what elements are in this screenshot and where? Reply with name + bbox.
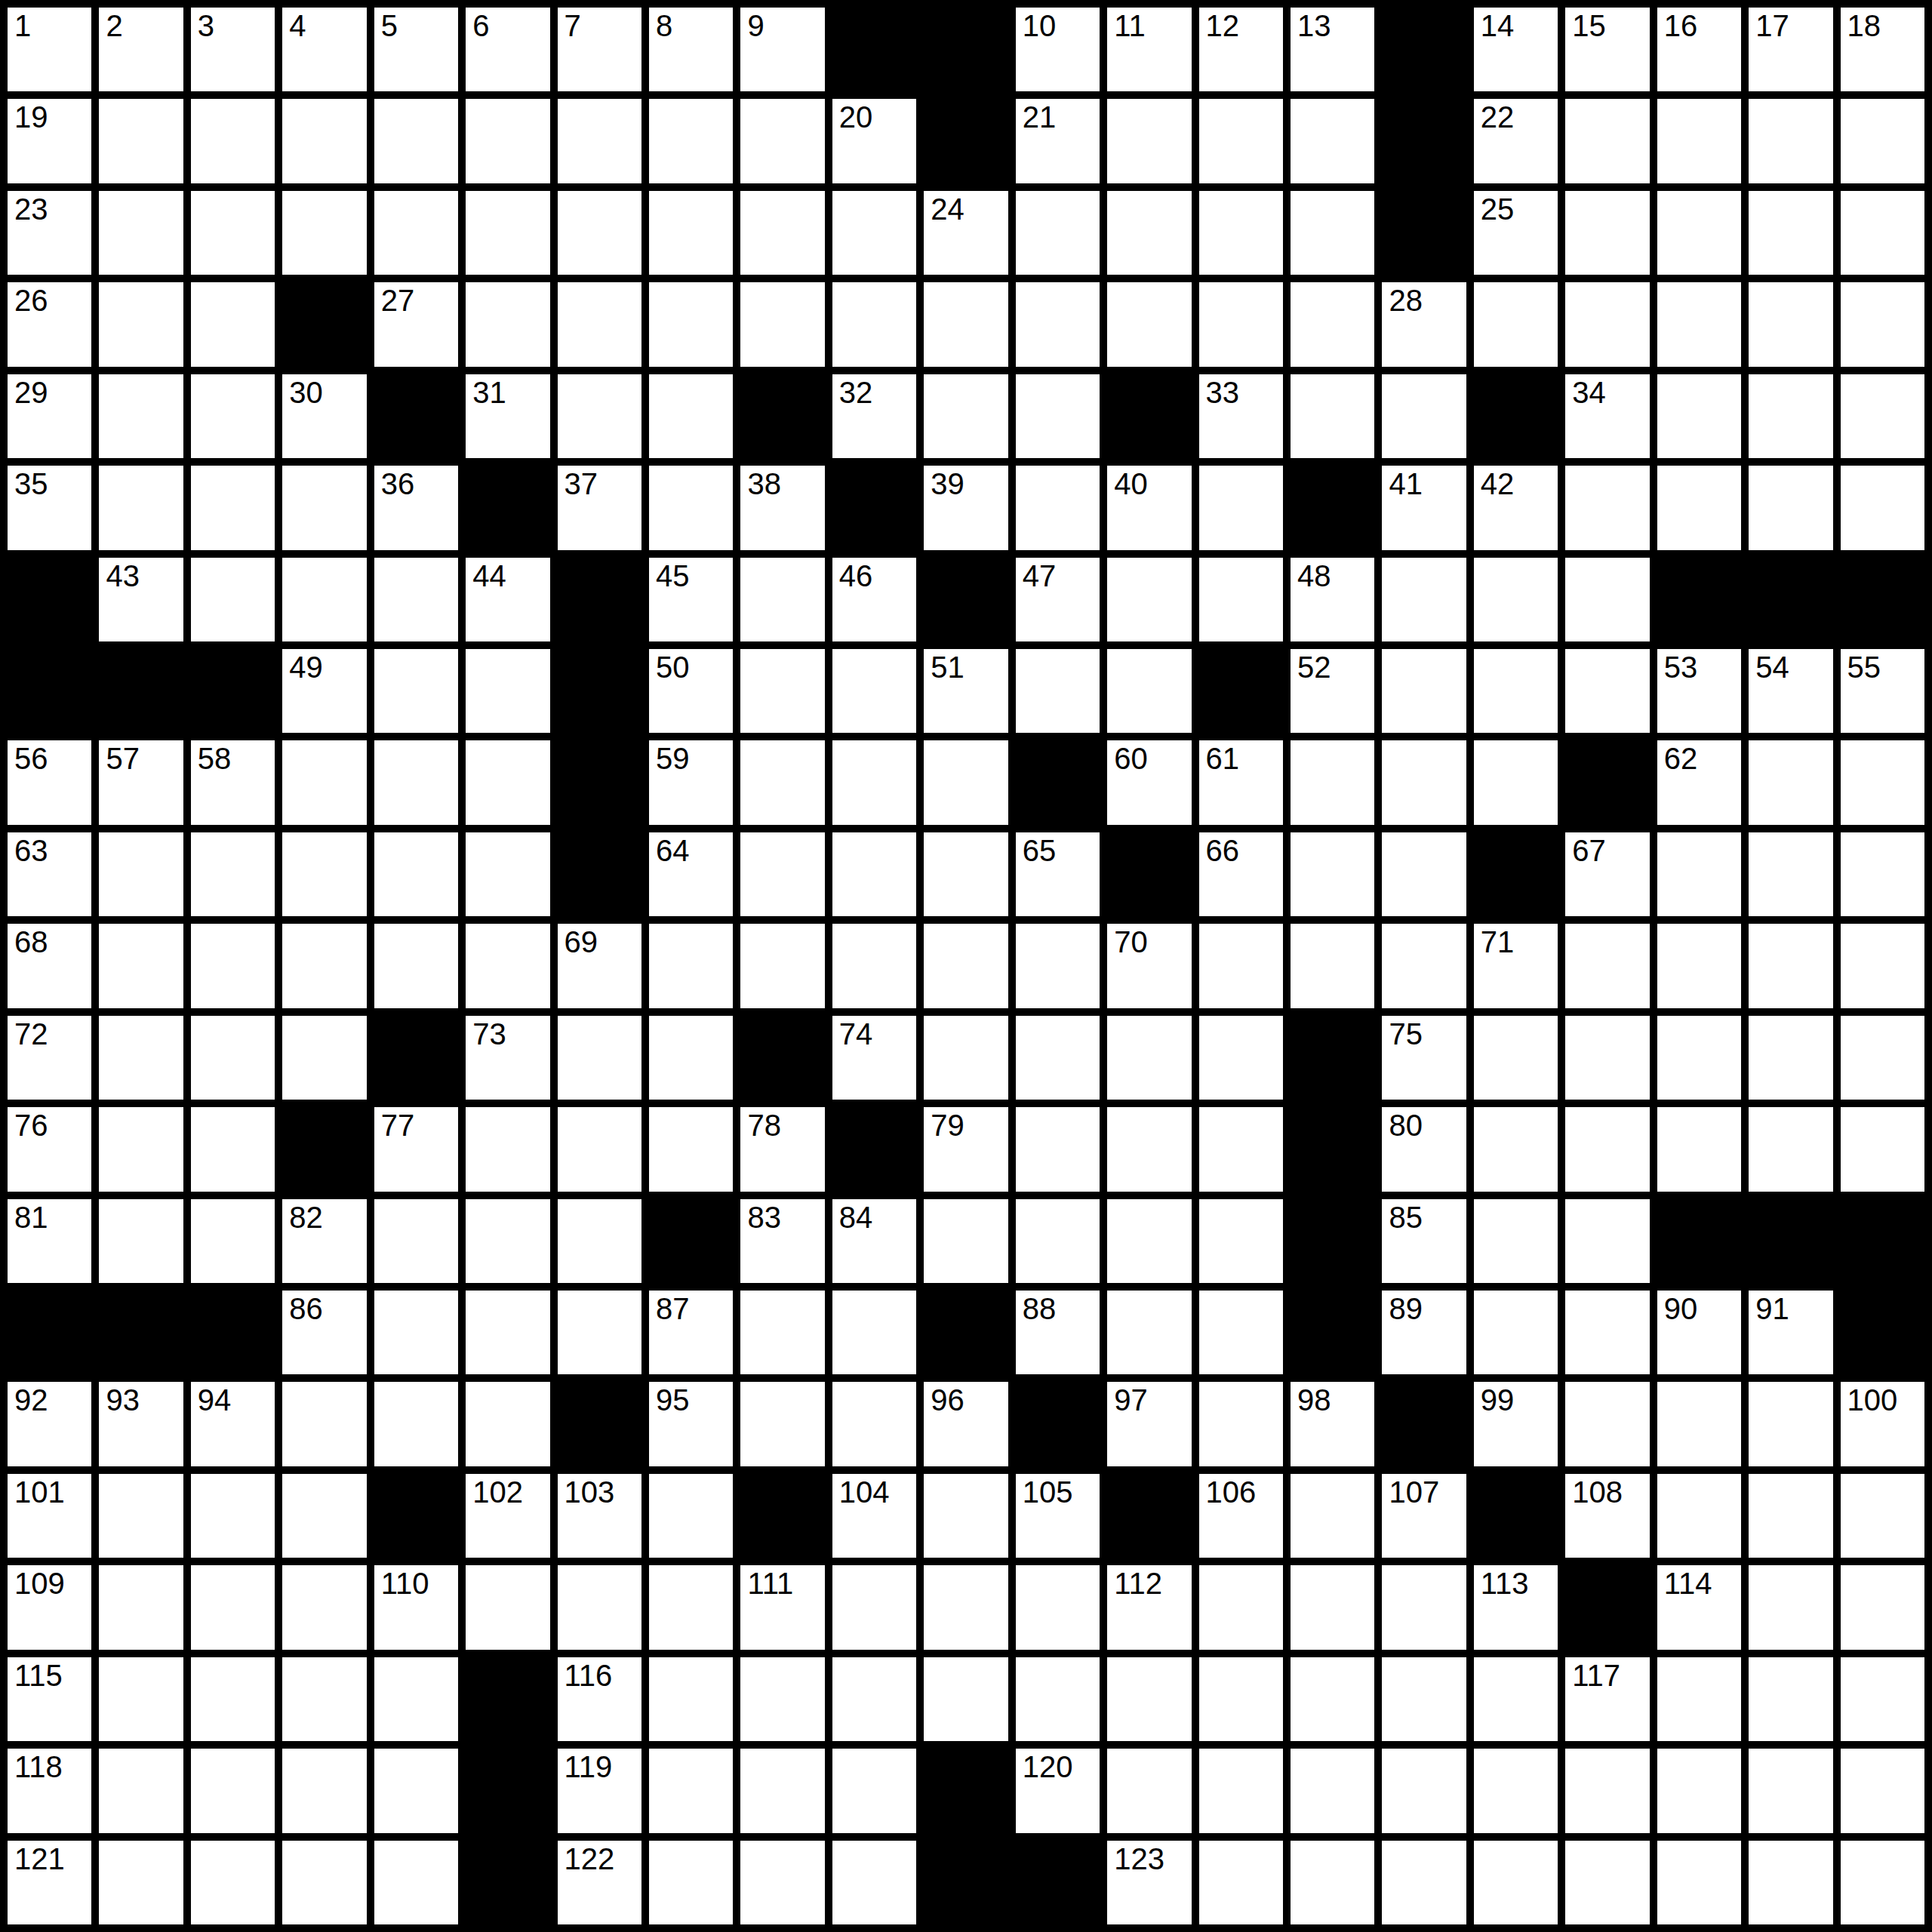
cell-r5c20[interactable] <box>1841 466 1924 549</box>
cell-r17c6[interactable] <box>558 1565 641 1649</box>
cell-r6c1[interactable]: 43 <box>99 558 183 641</box>
cell-r14c19[interactable]: 91 <box>1749 1291 1832 1374</box>
cell-r18c20[interactable] <box>1841 1657 1924 1741</box>
cell-r17c11[interactable] <box>1016 1565 1100 1649</box>
cell-r9c5[interactable] <box>466 832 549 916</box>
cell-r2c0[interactable]: 23 <box>8 191 91 275</box>
cell-r13c5[interactable] <box>466 1199 549 1283</box>
cell-r4c0[interactable]: 29 <box>8 374 91 458</box>
cell-r13c15[interactable]: 85 <box>1382 1199 1466 1283</box>
cell-r0c0[interactable]: 1 <box>8 8 91 91</box>
cell-r1c11[interactable]: 21 <box>1016 99 1100 183</box>
cell-r16c2[interactable] <box>191 1474 275 1558</box>
cell-r2c20[interactable] <box>1841 191 1924 275</box>
cell-r16c0[interactable]: 101 <box>8 1474 91 1558</box>
cell-r3c6[interactable] <box>558 282 641 366</box>
cell-r5c1[interactable] <box>99 466 183 549</box>
cell-r8c0[interactable]: 56 <box>8 740 91 824</box>
cell-r2c9[interactable] <box>832 191 916 275</box>
cell-r11c15[interactable]: 75 <box>1382 1016 1466 1100</box>
cell-r4c19[interactable] <box>1749 374 1832 458</box>
cell-r17c7[interactable] <box>649 1565 733 1649</box>
cell-r6c13[interactable] <box>1199 558 1283 641</box>
cell-r7c16[interactable] <box>1474 649 1558 733</box>
cell-r18c10[interactable] <box>924 1657 1008 1741</box>
cell-r13c8[interactable]: 83 <box>740 1199 824 1283</box>
cell-r0c3[interactable]: 4 <box>282 8 366 91</box>
cell-r6c7[interactable]: 45 <box>649 558 733 641</box>
cell-r5c13[interactable] <box>1199 466 1283 549</box>
cell-r5c15[interactable]: 41 <box>1382 466 1466 549</box>
cell-r19c6[interactable]: 119 <box>558 1749 641 1832</box>
cell-r4c15[interactable] <box>1382 374 1466 458</box>
cell-r15c3[interactable] <box>282 1382 366 1466</box>
cell-r18c1[interactable] <box>99 1657 183 1741</box>
cell-r7c20[interactable]: 55 <box>1841 649 1924 733</box>
cell-r14c5[interactable] <box>466 1291 549 1374</box>
cell-r10c9[interactable] <box>832 924 916 1008</box>
cell-r7c3[interactable]: 49 <box>282 649 366 733</box>
cell-r16c17[interactable]: 108 <box>1565 1474 1649 1558</box>
cell-r19c9[interactable] <box>832 1749 916 1832</box>
cell-r17c4[interactable]: 110 <box>374 1565 458 1649</box>
cell-r14c8[interactable] <box>740 1291 824 1374</box>
cell-r1c8[interactable] <box>740 99 824 183</box>
cell-r17c1[interactable] <box>99 1565 183 1649</box>
cell-r19c12[interactable] <box>1107 1749 1191 1832</box>
cell-r12c16[interactable] <box>1474 1107 1558 1191</box>
cell-r4c13[interactable]: 33 <box>1199 374 1283 458</box>
cell-r17c9[interactable] <box>832 1565 916 1649</box>
cell-r10c6[interactable]: 69 <box>558 924 641 1008</box>
cell-r16c1[interactable] <box>99 1474 183 1558</box>
cell-r8c15[interactable] <box>1382 740 1466 824</box>
cell-r19c8[interactable] <box>740 1749 824 1832</box>
cell-r17c15[interactable] <box>1382 1565 1466 1649</box>
cell-r15c0[interactable]: 92 <box>8 1382 91 1466</box>
cell-r1c19[interactable] <box>1749 99 1832 183</box>
cell-r9c11[interactable]: 65 <box>1016 832 1100 916</box>
cell-r8c4[interactable] <box>374 740 458 824</box>
cell-r1c6[interactable] <box>558 99 641 183</box>
cell-r12c10[interactable]: 79 <box>924 1107 1008 1191</box>
cell-r14c15[interactable]: 89 <box>1382 1291 1466 1374</box>
cell-r10c5[interactable] <box>466 924 549 1008</box>
cell-r4c10[interactable] <box>924 374 1008 458</box>
cell-r6c16[interactable] <box>1474 558 1558 641</box>
cell-r3c7[interactable] <box>649 282 733 366</box>
cell-r3c0[interactable]: 26 <box>8 282 91 366</box>
cell-r20c6[interactable]: 122 <box>558 1841 641 1924</box>
cell-r13c2[interactable] <box>191 1199 275 1283</box>
cell-r0c8[interactable]: 9 <box>740 8 824 91</box>
cell-r20c17[interactable] <box>1565 1841 1649 1924</box>
cell-r11c10[interactable] <box>924 1016 1008 1100</box>
cell-r15c12[interactable]: 97 <box>1107 1382 1191 1466</box>
cell-r16c6[interactable]: 103 <box>558 1474 641 1558</box>
cell-r2c16[interactable]: 25 <box>1474 191 1558 275</box>
cell-r15c10[interactable]: 96 <box>924 1382 1008 1466</box>
cell-r17c14[interactable] <box>1291 1565 1374 1649</box>
cell-r8c3[interactable] <box>282 740 366 824</box>
cell-r14c16[interactable] <box>1474 1291 1558 1374</box>
cell-r12c2[interactable] <box>191 1107 275 1191</box>
cell-r16c5[interactable]: 102 <box>466 1474 549 1558</box>
cell-r15c1[interactable]: 93 <box>99 1382 183 1466</box>
cell-r11c12[interactable] <box>1107 1016 1191 1100</box>
cell-r11c17[interactable] <box>1565 1016 1649 1100</box>
cell-r10c7[interactable] <box>649 924 733 1008</box>
cell-r2c4[interactable] <box>374 191 458 275</box>
cell-r14c17[interactable] <box>1565 1291 1649 1374</box>
cell-r12c1[interactable] <box>99 1107 183 1191</box>
cell-r17c3[interactable] <box>282 1565 366 1649</box>
cell-r3c8[interactable] <box>740 282 824 366</box>
cell-r3c17[interactable] <box>1565 282 1649 366</box>
cell-r16c7[interactable] <box>649 1474 733 1558</box>
cell-r18c19[interactable] <box>1749 1657 1832 1741</box>
cell-r5c12[interactable]: 40 <box>1107 466 1191 549</box>
cell-r13c17[interactable] <box>1565 1199 1649 1283</box>
cell-r3c12[interactable] <box>1107 282 1191 366</box>
cell-r5c0[interactable]: 35 <box>8 466 91 549</box>
cell-r17c5[interactable] <box>466 1565 549 1649</box>
cell-r9c3[interactable] <box>282 832 366 916</box>
cell-r1c4[interactable] <box>374 99 458 183</box>
cell-r8c1[interactable]: 57 <box>99 740 183 824</box>
cell-r5c6[interactable]: 37 <box>558 466 641 549</box>
cell-r10c16[interactable]: 71 <box>1474 924 1558 1008</box>
cell-r12c4[interactable]: 77 <box>374 1107 458 1191</box>
cell-r3c20[interactable] <box>1841 282 1924 366</box>
cell-r5c10[interactable]: 39 <box>924 466 1008 549</box>
cell-r18c12[interactable] <box>1107 1657 1191 1741</box>
cell-r1c1[interactable] <box>99 99 183 183</box>
cell-r9c18[interactable] <box>1657 832 1741 916</box>
cell-r2c18[interactable] <box>1657 191 1741 275</box>
cell-r8c16[interactable] <box>1474 740 1558 824</box>
cell-r6c14[interactable]: 48 <box>1291 558 1374 641</box>
cell-r2c14[interactable] <box>1291 191 1374 275</box>
cell-r15c19[interactable] <box>1749 1382 1832 1466</box>
cell-r17c16[interactable]: 113 <box>1474 1565 1558 1649</box>
cell-r1c3[interactable] <box>282 99 366 183</box>
cell-r7c4[interactable] <box>374 649 458 733</box>
cell-r3c10[interactable] <box>924 282 1008 366</box>
cell-r12c15[interactable]: 80 <box>1382 1107 1466 1191</box>
cell-r4c14[interactable] <box>1291 374 1374 458</box>
cell-r20c8[interactable] <box>740 1841 824 1924</box>
cell-r8c5[interactable] <box>466 740 549 824</box>
cell-r2c1[interactable] <box>99 191 183 275</box>
cell-r19c3[interactable] <box>282 1749 366 1832</box>
cell-r1c20[interactable] <box>1841 99 1924 183</box>
cell-r3c2[interactable] <box>191 282 275 366</box>
cell-r0c1[interactable]: 2 <box>99 8 183 91</box>
cell-r17c2[interactable] <box>191 1565 275 1649</box>
cell-r3c19[interactable] <box>1749 282 1832 366</box>
cell-r18c3[interactable] <box>282 1657 366 1741</box>
cell-r2c10[interactable]: 24 <box>924 191 1008 275</box>
cell-r11c5[interactable]: 73 <box>466 1016 549 1100</box>
cell-r3c18[interactable] <box>1657 282 1741 366</box>
cell-r20c19[interactable] <box>1749 1841 1832 1924</box>
cell-r13c16[interactable] <box>1474 1199 1558 1283</box>
cell-r1c7[interactable] <box>649 99 733 183</box>
cell-r13c13[interactable] <box>1199 1199 1283 1283</box>
cell-r20c9[interactable] <box>832 1841 916 1924</box>
cell-r2c17[interactable] <box>1565 191 1649 275</box>
cell-r14c11[interactable]: 88 <box>1016 1291 1100 1374</box>
cell-r12c13[interactable] <box>1199 1107 1283 1191</box>
cell-r13c4[interactable] <box>374 1199 458 1283</box>
cell-r13c6[interactable] <box>558 1199 641 1283</box>
cell-r20c14[interactable] <box>1291 1841 1374 1924</box>
cell-r7c14[interactable]: 52 <box>1291 649 1374 733</box>
cell-r8c20[interactable] <box>1841 740 1924 824</box>
cell-r15c4[interactable] <box>374 1382 458 1466</box>
cell-r16c3[interactable] <box>282 1474 366 1558</box>
cell-r11c6[interactable] <box>558 1016 641 1100</box>
cell-r19c0[interactable]: 118 <box>8 1749 91 1832</box>
cell-r3c1[interactable] <box>99 282 183 366</box>
cell-r15c14[interactable]: 98 <box>1291 1382 1374 1466</box>
cell-r10c17[interactable] <box>1565 924 1649 1008</box>
cell-r0c5[interactable]: 6 <box>466 8 549 91</box>
cell-r19c15[interactable] <box>1382 1749 1466 1832</box>
cell-r18c4[interactable] <box>374 1657 458 1741</box>
cell-r16c13[interactable]: 106 <box>1199 1474 1283 1558</box>
cell-r17c13[interactable] <box>1199 1565 1283 1649</box>
cell-r2c5[interactable] <box>466 191 549 275</box>
cell-r20c15[interactable] <box>1382 1841 1466 1924</box>
cell-r5c17[interactable] <box>1565 466 1649 549</box>
cell-r17c19[interactable] <box>1749 1565 1832 1649</box>
cell-r12c7[interactable] <box>649 1107 733 1191</box>
cell-r13c9[interactable]: 84 <box>832 1199 916 1283</box>
cell-r0c17[interactable]: 15 <box>1565 8 1649 91</box>
cell-r15c9[interactable] <box>832 1382 916 1466</box>
cell-r7c15[interactable] <box>1382 649 1466 733</box>
cell-r5c8[interactable]: 38 <box>740 466 824 549</box>
cell-r9c7[interactable]: 64 <box>649 832 733 916</box>
cell-r0c19[interactable]: 17 <box>1749 8 1832 91</box>
cell-r11c11[interactable] <box>1016 1016 1100 1100</box>
cell-r14c9[interactable] <box>832 1291 916 1374</box>
cell-r20c20[interactable] <box>1841 1841 1924 1924</box>
cell-r10c2[interactable] <box>191 924 275 1008</box>
cell-r10c19[interactable] <box>1749 924 1832 1008</box>
cell-r12c11[interactable] <box>1016 1107 1100 1191</box>
cell-r10c12[interactable]: 70 <box>1107 924 1191 1008</box>
cell-r16c11[interactable]: 105 <box>1016 1474 1100 1558</box>
cell-r0c4[interactable]: 5 <box>374 8 458 91</box>
cell-r1c12[interactable] <box>1107 99 1191 183</box>
cell-r19c17[interactable] <box>1565 1749 1649 1832</box>
cell-r10c14[interactable] <box>1291 924 1374 1008</box>
cell-r20c7[interactable] <box>649 1841 733 1924</box>
cell-r1c17[interactable] <box>1565 99 1649 183</box>
cell-r7c7[interactable]: 50 <box>649 649 733 733</box>
cell-r6c4[interactable] <box>374 558 458 641</box>
cell-r15c2[interactable]: 94 <box>191 1382 275 1466</box>
cell-r20c3[interactable] <box>282 1841 366 1924</box>
cell-r15c13[interactable] <box>1199 1382 1283 1466</box>
cell-r14c13[interactable] <box>1199 1291 1283 1374</box>
cell-r4c11[interactable] <box>1016 374 1100 458</box>
cell-r14c6[interactable] <box>558 1291 641 1374</box>
cell-r5c18[interactable] <box>1657 466 1741 549</box>
cell-r11c1[interactable] <box>99 1016 183 1100</box>
cell-r2c2[interactable] <box>191 191 275 275</box>
cell-r20c16[interactable] <box>1474 1841 1558 1924</box>
cell-r10c11[interactable] <box>1016 924 1100 1008</box>
cell-r7c10[interactable]: 51 <box>924 649 1008 733</box>
cell-r14c12[interactable] <box>1107 1291 1191 1374</box>
cell-r8c2[interactable]: 58 <box>191 740 275 824</box>
cell-r20c12[interactable]: 123 <box>1107 1841 1191 1924</box>
cell-r10c20[interactable] <box>1841 924 1924 1008</box>
cell-r14c7[interactable]: 87 <box>649 1291 733 1374</box>
cell-r13c11[interactable] <box>1016 1199 1100 1283</box>
cell-r18c7[interactable] <box>649 1657 733 1741</box>
cell-r10c10[interactable] <box>924 924 1008 1008</box>
cell-r19c4[interactable] <box>374 1749 458 1832</box>
cell-r0c6[interactable]: 7 <box>558 8 641 91</box>
cell-r9c1[interactable] <box>99 832 183 916</box>
cell-r10c1[interactable] <box>99 924 183 1008</box>
cell-r2c7[interactable] <box>649 191 733 275</box>
cell-r10c3[interactable] <box>282 924 366 1008</box>
cell-r1c9[interactable]: 20 <box>832 99 916 183</box>
cell-r7c12[interactable] <box>1107 649 1191 733</box>
cell-r9c0[interactable]: 63 <box>8 832 91 916</box>
cell-r10c13[interactable] <box>1199 924 1283 1008</box>
cell-r0c16[interactable]: 14 <box>1474 8 1558 91</box>
cell-r6c2[interactable] <box>191 558 275 641</box>
cell-r19c1[interactable] <box>99 1749 183 1832</box>
cell-r7c18[interactable]: 53 <box>1657 649 1741 733</box>
cell-r5c19[interactable] <box>1749 466 1832 549</box>
cell-r11c18[interactable] <box>1657 1016 1741 1100</box>
cell-r18c15[interactable] <box>1382 1657 1466 1741</box>
cell-r0c18[interactable]: 16 <box>1657 8 1741 91</box>
cell-r3c13[interactable] <box>1199 282 1283 366</box>
cell-r6c11[interactable]: 47 <box>1016 558 1100 641</box>
cell-r6c17[interactable] <box>1565 558 1649 641</box>
cell-r12c6[interactable] <box>558 1107 641 1191</box>
cell-r11c7[interactable] <box>649 1016 733 1100</box>
cell-r4c7[interactable] <box>649 374 733 458</box>
cell-r16c14[interactable] <box>1291 1474 1374 1558</box>
cell-r0c20[interactable]: 18 <box>1841 8 1924 91</box>
cell-r18c14[interactable] <box>1291 1657 1374 1741</box>
cell-r5c7[interactable] <box>649 466 733 549</box>
cell-r9c8[interactable] <box>740 832 824 916</box>
cell-r13c10[interactable] <box>924 1199 1008 1283</box>
cell-r14c18[interactable]: 90 <box>1657 1291 1741 1374</box>
cell-r16c9[interactable]: 104 <box>832 1474 916 1558</box>
cell-r8c8[interactable] <box>740 740 824 824</box>
cell-r9c15[interactable] <box>1382 832 1466 916</box>
cell-r20c1[interactable] <box>99 1841 183 1924</box>
cell-r4c20[interactable] <box>1841 374 1924 458</box>
cell-r12c12[interactable] <box>1107 1107 1191 1191</box>
cell-r19c19[interactable] <box>1749 1749 1832 1832</box>
cell-r0c11[interactable]: 10 <box>1016 8 1100 91</box>
cell-r8c13[interactable]: 61 <box>1199 740 1283 824</box>
cell-r3c15[interactable]: 28 <box>1382 282 1466 366</box>
cell-r8c9[interactable] <box>832 740 916 824</box>
cell-r15c7[interactable]: 95 <box>649 1382 733 1466</box>
cell-r7c9[interactable] <box>832 649 916 733</box>
cell-r13c0[interactable]: 81 <box>8 1199 91 1283</box>
cell-r4c17[interactable]: 34 <box>1565 374 1649 458</box>
cell-r3c5[interactable] <box>466 282 549 366</box>
cell-r11c2[interactable] <box>191 1016 275 1100</box>
cell-r1c5[interactable] <box>466 99 549 183</box>
cell-r18c0[interactable]: 115 <box>8 1657 91 1741</box>
cell-r14c3[interactable]: 86 <box>282 1291 366 1374</box>
cell-r9c17[interactable]: 67 <box>1565 832 1649 916</box>
cell-r11c13[interactable] <box>1199 1016 1283 1100</box>
cell-r17c20[interactable] <box>1841 1565 1924 1649</box>
cell-r16c19[interactable] <box>1749 1474 1832 1558</box>
cell-r0c14[interactable]: 13 <box>1291 8 1374 91</box>
cell-r9c14[interactable] <box>1291 832 1374 916</box>
cell-r15c8[interactable] <box>740 1382 824 1466</box>
cell-r3c14[interactable] <box>1291 282 1374 366</box>
cell-r11c3[interactable] <box>282 1016 366 1100</box>
cell-r12c20[interactable] <box>1841 1107 1924 1191</box>
cell-r0c7[interactable]: 8 <box>649 8 733 91</box>
cell-r17c0[interactable]: 109 <box>8 1565 91 1649</box>
cell-r12c0[interactable]: 76 <box>8 1107 91 1191</box>
cell-r2c8[interactable] <box>740 191 824 275</box>
cell-r19c14[interactable] <box>1291 1749 1374 1832</box>
cell-r19c20[interactable] <box>1841 1749 1924 1832</box>
cell-r18c6[interactable]: 116 <box>558 1657 641 1741</box>
cell-r12c8[interactable]: 78 <box>740 1107 824 1191</box>
cell-r15c18[interactable] <box>1657 1382 1741 1466</box>
cell-r6c15[interactable] <box>1382 558 1466 641</box>
cell-r18c11[interactable] <box>1016 1657 1100 1741</box>
cell-r11c0[interactable]: 72 <box>8 1016 91 1100</box>
cell-r18c17[interactable]: 117 <box>1565 1657 1649 1741</box>
cell-r3c16[interactable] <box>1474 282 1558 366</box>
cell-r11c16[interactable] <box>1474 1016 1558 1100</box>
cell-r20c2[interactable] <box>191 1841 275 1924</box>
cell-r5c2[interactable] <box>191 466 275 549</box>
cell-r18c2[interactable] <box>191 1657 275 1741</box>
cell-r11c9[interactable]: 74 <box>832 1016 916 1100</box>
cell-r9c20[interactable] <box>1841 832 1924 916</box>
cell-r0c2[interactable]: 3 <box>191 8 275 91</box>
cell-r17c10[interactable] <box>924 1565 1008 1649</box>
cell-r3c4[interactable]: 27 <box>374 282 458 366</box>
cell-r10c4[interactable] <box>374 924 458 1008</box>
cell-r18c16[interactable] <box>1474 1657 1558 1741</box>
cell-r18c8[interactable] <box>740 1657 824 1741</box>
cell-r0c12[interactable]: 11 <box>1107 8 1191 91</box>
cell-r2c11[interactable] <box>1016 191 1100 275</box>
cell-r12c19[interactable] <box>1749 1107 1832 1191</box>
cell-r17c8[interactable]: 111 <box>740 1565 824 1649</box>
cell-r3c11[interactable] <box>1016 282 1100 366</box>
cell-r10c15[interactable] <box>1382 924 1466 1008</box>
cell-r2c6[interactable] <box>558 191 641 275</box>
cell-r5c16[interactable]: 42 <box>1474 466 1558 549</box>
